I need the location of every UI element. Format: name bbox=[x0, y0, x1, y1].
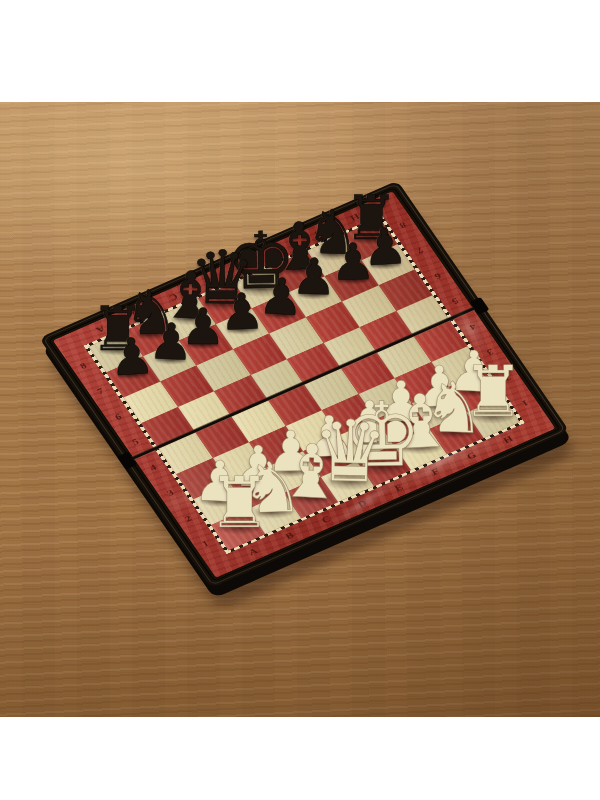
rank-label-right-8: 8 bbox=[392, 217, 414, 233]
rank-label-right-4: 4 bbox=[462, 319, 484, 335]
rank-label-right-5: 5 bbox=[444, 294, 466, 310]
rank-label-left-5: 5 bbox=[124, 434, 146, 450]
file-label-bottom-g: G bbox=[460, 448, 482, 464]
rank-label-left-6: 6 bbox=[107, 409, 129, 425]
file-label-bottom-a: A bbox=[242, 544, 264, 560]
file-label-bottom-f: F bbox=[424, 464, 446, 480]
rank-label-right-6: 6 bbox=[427, 268, 449, 284]
rank-label-left-3: 3 bbox=[159, 485, 181, 501]
rank-label-right-7: 7 bbox=[409, 243, 431, 259]
rank-label-right-1: 1 bbox=[514, 395, 536, 411]
file-label-bottom-e: E bbox=[388, 480, 410, 496]
rank-label-left-8: 8 bbox=[72, 358, 94, 374]
file-label-bottom-c: C bbox=[315, 512, 337, 528]
rank-label-right-3: 3 bbox=[479, 345, 501, 361]
rank-label-left-1: 1 bbox=[194, 536, 216, 552]
rank-label-left-2: 2 bbox=[177, 511, 199, 527]
rank-label-left-4: 4 bbox=[142, 460, 164, 476]
file-label-bottom-b: B bbox=[278, 528, 300, 544]
rank-label-right-2: 2 bbox=[497, 370, 519, 386]
file-label-bottom-d: D bbox=[351, 496, 373, 512]
product-photo: AABBCCDDEEFFGGHH1122334455667788 ♜♞♝♛♚♝♞… bbox=[0, 0, 600, 800]
file-label-bottom-h: H bbox=[497, 432, 519, 448]
rank-label-left-7: 7 bbox=[89, 383, 111, 399]
